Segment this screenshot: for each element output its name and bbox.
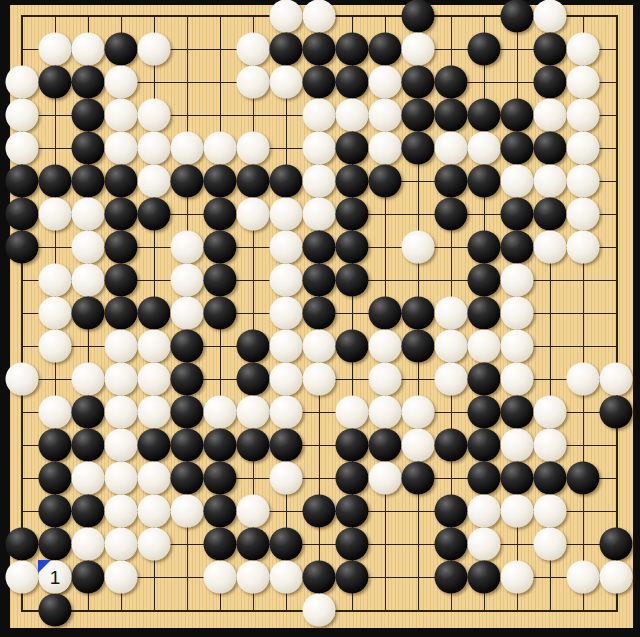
black-stone: [534, 132, 567, 165]
white-stone: [138, 330, 171, 363]
white-stone: [138, 363, 171, 396]
black-stone: [435, 429, 468, 462]
black-stone: [6, 231, 39, 264]
white-stone: [567, 198, 600, 231]
black-stone: [303, 561, 336, 594]
white-stone: [237, 33, 270, 66]
black-stone: [39, 66, 72, 99]
white-stone: [501, 429, 534, 462]
black-stone: [336, 264, 369, 297]
white-stone: [72, 363, 105, 396]
black-stone: [369, 33, 402, 66]
white-stone: [336, 99, 369, 132]
black-stone: [435, 165, 468, 198]
black-stone: [39, 429, 72, 462]
white-stone: [39, 297, 72, 330]
white-stone: [138, 132, 171, 165]
white-stone: [369, 396, 402, 429]
black-stone: [237, 165, 270, 198]
black-stone: [468, 462, 501, 495]
black-stone: [435, 198, 468, 231]
white-stone: [303, 0, 336, 33]
black-stone: [6, 198, 39, 231]
white-stone: [303, 363, 336, 396]
black-stone: [600, 396, 633, 429]
white-stone: [105, 363, 138, 396]
black-stone: [138, 297, 171, 330]
black-stone: [336, 561, 369, 594]
white-stone: [501, 363, 534, 396]
black-stone: [237, 363, 270, 396]
white-stone: [303, 99, 336, 132]
black-stone: [237, 429, 270, 462]
white-stone: [138, 462, 171, 495]
black-stone: [72, 165, 105, 198]
white-stone: [303, 198, 336, 231]
white-stone: [501, 495, 534, 528]
white-stone: [237, 198, 270, 231]
black-stone: [369, 297, 402, 330]
black-stone: [105, 165, 138, 198]
white-stone: [171, 264, 204, 297]
white-stone: [6, 132, 39, 165]
black-stone: [435, 495, 468, 528]
white-stone: [534, 495, 567, 528]
black-stone: [402, 330, 435, 363]
white-stone: [39, 264, 72, 297]
white-stone: [105, 429, 138, 462]
black-stone: [105, 33, 138, 66]
black-stone: [270, 528, 303, 561]
white-stone: [336, 396, 369, 429]
black-stone: [237, 330, 270, 363]
black-stone: [204, 264, 237, 297]
black-stone: [171, 363, 204, 396]
white-stone: [270, 396, 303, 429]
white-stone: [105, 99, 138, 132]
white-stone: [72, 264, 105, 297]
black-stone: [336, 429, 369, 462]
white-stone: [270, 330, 303, 363]
white-stone: [270, 363, 303, 396]
white-stone: [270, 561, 303, 594]
black-stone: [501, 396, 534, 429]
white-stone: [501, 297, 534, 330]
white-stone: [600, 561, 633, 594]
black-stone: [369, 429, 402, 462]
black-stone: [534, 33, 567, 66]
black-stone: [336, 132, 369, 165]
black-stone: [204, 297, 237, 330]
black-stone: [468, 297, 501, 330]
white-stone: [435, 330, 468, 363]
black-stone: [39, 462, 72, 495]
black-stone: [402, 462, 435, 495]
go-app-window: 1: [0, 0, 640, 637]
black-stone: [567, 462, 600, 495]
black-stone: [336, 165, 369, 198]
black-stone: [138, 429, 171, 462]
white-stone: [303, 330, 336, 363]
black-stone: [468, 231, 501, 264]
white-stone: [171, 132, 204, 165]
white-stone: [171, 297, 204, 330]
black-stone: [501, 0, 534, 33]
black-stone: [237, 528, 270, 561]
black-stone: [369, 165, 402, 198]
black-stone: [39, 495, 72, 528]
black-stone: [105, 231, 138, 264]
white-stone: [402, 33, 435, 66]
black-stone: [402, 66, 435, 99]
black-stone: [468, 429, 501, 462]
white-stone: [270, 264, 303, 297]
white-stone: [270, 297, 303, 330]
black-stone: [336, 66, 369, 99]
black-stone: [270, 429, 303, 462]
black-stone: [270, 165, 303, 198]
black-stone: [501, 132, 534, 165]
white-stone: [369, 462, 402, 495]
white-stone: [105, 495, 138, 528]
white-stone: [270, 66, 303, 99]
black-stone: [402, 99, 435, 132]
white-stone: [6, 561, 39, 594]
white-stone: [567, 363, 600, 396]
black-stone: [171, 330, 204, 363]
black-stone: [72, 396, 105, 429]
black-stone: [171, 165, 204, 198]
black-stone: [204, 462, 237, 495]
white-stone: [402, 231, 435, 264]
black-stone: [468, 165, 501, 198]
white-stone: [105, 396, 138, 429]
white-stone: [171, 495, 204, 528]
white-stone: [567, 99, 600, 132]
white-stone: [534, 396, 567, 429]
white-stone: [534, 231, 567, 264]
white-stone: [567, 33, 600, 66]
white-stone: [270, 0, 303, 33]
black-stone: [468, 99, 501, 132]
white-stone: [402, 396, 435, 429]
black-stone: [468, 264, 501, 297]
black-stone: [501, 231, 534, 264]
black-stone: [204, 429, 237, 462]
black-stone: [336, 198, 369, 231]
black-stone: [336, 495, 369, 528]
white-stone: [138, 528, 171, 561]
black-stone: [105, 264, 138, 297]
black-stone: [6, 528, 39, 561]
white-stone: [270, 462, 303, 495]
black-stone: [303, 297, 336, 330]
go-board[interactable]: 1: [10, 5, 633, 628]
white-stone: [138, 99, 171, 132]
black-stone: [501, 99, 534, 132]
white-stone: [138, 396, 171, 429]
black-stone: [204, 198, 237, 231]
white-stone: [270, 198, 303, 231]
white-stone: [138, 165, 171, 198]
white-stone: [369, 330, 402, 363]
white-stone: [468, 528, 501, 561]
black-stone: [303, 33, 336, 66]
white-stone: [6, 363, 39, 396]
black-stone: [534, 462, 567, 495]
white-stone: [468, 132, 501, 165]
black-stone: [303, 495, 336, 528]
black-stone: [171, 396, 204, 429]
white-stone: [501, 165, 534, 198]
black-stone: [534, 66, 567, 99]
white-stone: [105, 528, 138, 561]
white-stone: [501, 561, 534, 594]
black-stone: [600, 528, 633, 561]
black-stone: [204, 165, 237, 198]
white-stone: [435, 132, 468, 165]
white-stone: [237, 561, 270, 594]
white-stone: [204, 132, 237, 165]
black-stone: [6, 165, 39, 198]
black-stone: [39, 528, 72, 561]
white-stone: [501, 264, 534, 297]
white-stone: [600, 363, 633, 396]
black-stone: [501, 462, 534, 495]
white-stone: [534, 99, 567, 132]
black-stone: [204, 528, 237, 561]
white-stone: [369, 99, 402, 132]
white-stone: [138, 495, 171, 528]
black-stone: [303, 231, 336, 264]
black-stone: [303, 66, 336, 99]
black-stone: [336, 528, 369, 561]
white-stone: [435, 363, 468, 396]
white-stone: [501, 330, 534, 363]
black-stone: [72, 297, 105, 330]
white-stone: [303, 165, 336, 198]
black-stone: [534, 198, 567, 231]
white-stone: [534, 528, 567, 561]
white-stone: [204, 396, 237, 429]
white-stone: [72, 462, 105, 495]
black-stone: [204, 495, 237, 528]
white-stone: [39, 198, 72, 231]
white-stone: [567, 132, 600, 165]
blue-triangle-marker-icon: [38, 560, 51, 573]
white-stone: [435, 297, 468, 330]
black-stone: [435, 99, 468, 132]
black-stone: [39, 594, 72, 627]
black-stone: [72, 99, 105, 132]
white-stone: [567, 231, 600, 264]
white-stone: [567, 66, 600, 99]
black-stone: [336, 33, 369, 66]
black-stone: [402, 297, 435, 330]
white-stone: [468, 495, 501, 528]
white-stone: [105, 66, 138, 99]
black-stone: [402, 0, 435, 33]
white-stone: [6, 99, 39, 132]
white-stone: [171, 231, 204, 264]
black-stone: [72, 66, 105, 99]
white-stone: [39, 33, 72, 66]
white-stone: [237, 66, 270, 99]
white-stone: [534, 429, 567, 462]
white-stone: [105, 462, 138, 495]
black-stone: [72, 495, 105, 528]
black-stone: [435, 528, 468, 561]
move-number-label: 1: [50, 568, 61, 587]
black-stone: [171, 429, 204, 462]
white-stone: [534, 165, 567, 198]
white-stone: [72, 198, 105, 231]
black-stone: [72, 132, 105, 165]
black-stone: [501, 198, 534, 231]
white-stone: [72, 528, 105, 561]
black-stone: [468, 33, 501, 66]
white-stone: [402, 429, 435, 462]
white-stone: [72, 33, 105, 66]
black-stone: [468, 363, 501, 396]
black-stone: [303, 264, 336, 297]
white-stone: [39, 330, 72, 363]
white-stone: [369, 363, 402, 396]
black-stone: [336, 231, 369, 264]
white-stone: [72, 231, 105, 264]
white-stone: [237, 495, 270, 528]
white-stone: [303, 132, 336, 165]
black-stone: [72, 429, 105, 462]
white-stone: [39, 396, 72, 429]
black-stone: [435, 66, 468, 99]
black-stone: [468, 396, 501, 429]
white-stone: [237, 396, 270, 429]
black-stone: [105, 198, 138, 231]
white-stone: [204, 561, 237, 594]
white-stone: [303, 594, 336, 627]
black-stone: [270, 33, 303, 66]
white-stone: [534, 0, 567, 33]
white-stone: [6, 66, 39, 99]
black-stone: [402, 132, 435, 165]
black-stone: [336, 330, 369, 363]
black-stone: [468, 561, 501, 594]
white-stone: [270, 231, 303, 264]
black-stone: [204, 231, 237, 264]
white-stone: [369, 66, 402, 99]
white-stone: [468, 330, 501, 363]
white-stone: [105, 561, 138, 594]
black-stone: [171, 462, 204, 495]
white-stone: [105, 132, 138, 165]
white-stone: [105, 330, 138, 363]
black-stone: [336, 462, 369, 495]
black-stone: [138, 198, 171, 231]
white-stone: [237, 132, 270, 165]
black-stone: [105, 297, 138, 330]
black-stone: [435, 561, 468, 594]
white-stone: [138, 33, 171, 66]
black-stone: [39, 165, 72, 198]
white-stone: [369, 132, 402, 165]
white-stone: [567, 561, 600, 594]
white-stone: [567, 165, 600, 198]
black-stone: [72, 561, 105, 594]
